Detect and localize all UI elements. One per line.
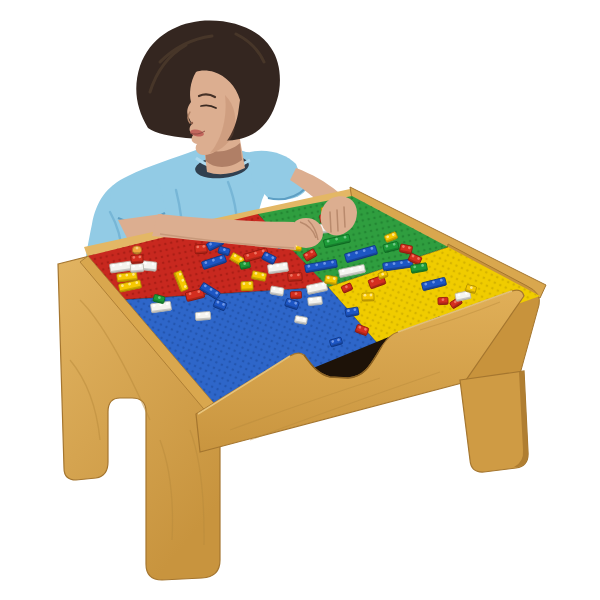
scene-illustration — [0, 0, 600, 600]
toy-brick-white — [294, 316, 307, 325]
toy-brick-red — [131, 255, 144, 264]
toy-brick-white — [195, 311, 211, 320]
toy-brick-white — [308, 296, 323, 305]
toy-brick-yellow — [117, 272, 138, 282]
toy-brick-green — [239, 261, 250, 270]
table-right-leg — [460, 371, 528, 472]
toy-brick-red — [288, 273, 303, 282]
toy-brick-red — [290, 291, 301, 298]
toy-brick-white — [130, 264, 144, 273]
product-photo — [0, 0, 600, 600]
toy-brick-yellow — [362, 293, 374, 301]
toy-brick-red — [195, 244, 208, 254]
boy-left-fist — [289, 218, 323, 248]
toy-brick-blue — [345, 307, 359, 317]
boy-nostril — [191, 122, 193, 124]
toy-brick-yellow — [325, 275, 338, 285]
toy-brick-white — [270, 286, 284, 296]
toy-brick-red — [438, 297, 448, 304]
toy-brick-minifig_head — [133, 246, 142, 254]
toy-brick-yellow — [241, 281, 253, 290]
